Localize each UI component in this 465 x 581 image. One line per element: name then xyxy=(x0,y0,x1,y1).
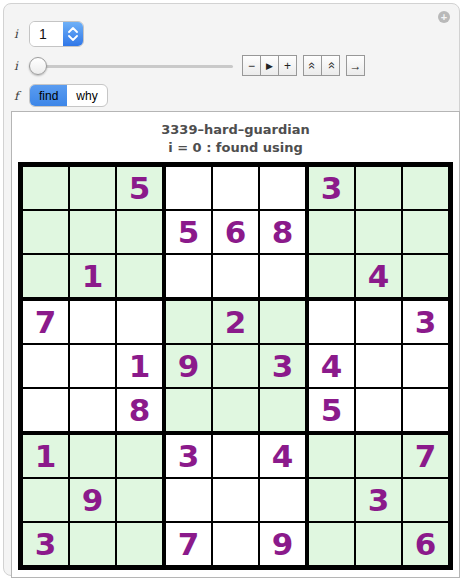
cell-r7c1: 1 xyxy=(23,435,68,477)
cell-r7c7 xyxy=(309,435,354,477)
cell-r9c2 xyxy=(70,523,115,565)
cell-r3c3 xyxy=(117,255,162,297)
cell-r3c1 xyxy=(23,255,68,297)
cell-r5c9 xyxy=(403,345,448,387)
i-stepper-value[interactable]: 1 xyxy=(30,22,63,46)
cell-r3c5 xyxy=(213,255,258,297)
toggle-variable-label: f xyxy=(14,89,24,103)
manipulate-frame: + i 1 i xyxy=(3,3,460,576)
cell-r9c1: 3 xyxy=(23,523,68,565)
cell-r9c7 xyxy=(309,523,354,565)
box-0-1: 568 xyxy=(166,167,305,297)
step-forward-button[interactable]: + xyxy=(278,55,297,76)
cell-r4c1: 7 xyxy=(23,301,68,343)
chevron-down-icon xyxy=(68,35,78,41)
cell-r9c3 xyxy=(117,523,162,565)
cell-r1c4 xyxy=(166,167,211,209)
double-chevron-down-icon: » xyxy=(323,62,338,69)
chevron-up-icon xyxy=(68,27,78,33)
stepper-row: i 1 xyxy=(14,21,454,47)
cell-r4c5: 2 xyxy=(213,301,258,343)
cell-r3c8: 4 xyxy=(356,255,401,297)
playback-buttons: − ▶ + « » xyxy=(242,55,364,76)
cell-r8c4 xyxy=(166,479,211,521)
cell-r4c2 xyxy=(70,301,115,343)
cell-r6c6 xyxy=(260,389,305,431)
cell-r2c1 xyxy=(23,211,68,253)
box-1-1: 293 xyxy=(166,301,305,431)
cell-r6c7: 5 xyxy=(309,389,354,431)
cell-r9c4: 7 xyxy=(166,523,211,565)
faster-button[interactable]: « xyxy=(303,55,322,76)
cell-r2c7 xyxy=(309,211,354,253)
cell-r5c7: 4 xyxy=(309,345,354,387)
cell-r7c2 xyxy=(70,435,115,477)
minus-icon: − xyxy=(248,59,255,73)
cell-r4c9: 3 xyxy=(403,301,448,343)
cell-r1c7: 3 xyxy=(309,167,354,209)
cell-r4c3 xyxy=(117,301,162,343)
puzzle-title: 3339–hard–guardian xyxy=(12,122,459,137)
cell-r4c4 xyxy=(166,301,211,343)
stepper-arrows-button[interactable] xyxy=(63,22,83,46)
slider-track[interactable] xyxy=(29,65,233,68)
cell-r1c8 xyxy=(356,167,401,209)
box-1-2: 345 xyxy=(309,301,448,431)
cell-r8c1 xyxy=(23,479,68,521)
cell-r6c3: 8 xyxy=(117,389,162,431)
box-0-2: 34 xyxy=(309,167,448,297)
cell-r7c8 xyxy=(356,435,401,477)
i-stepper[interactable]: 1 xyxy=(29,21,84,47)
cell-r5c8 xyxy=(356,345,401,387)
play-button[interactable]: ▶ xyxy=(260,55,279,76)
toggle-option-find[interactable]: find xyxy=(30,85,67,106)
play-icon: ▶ xyxy=(266,61,273,71)
cell-r1c2 xyxy=(70,167,115,209)
cell-r8c8: 3 xyxy=(356,479,401,521)
plus-icon: + xyxy=(284,59,291,73)
cell-r7c9: 7 xyxy=(403,435,448,477)
cell-r9c8 xyxy=(356,523,401,565)
cell-r9c6: 9 xyxy=(260,523,305,565)
cell-r4c8 xyxy=(356,301,401,343)
cell-r3c2: 1 xyxy=(70,255,115,297)
cell-r5c2 xyxy=(70,345,115,387)
cell-r6c1 xyxy=(23,389,68,431)
cell-r9c9: 6 xyxy=(403,523,448,565)
box-1-0: 718 xyxy=(23,301,162,431)
cell-r2c3 xyxy=(117,211,162,253)
cell-r2c5: 6 xyxy=(213,211,258,253)
cell-r5c3: 1 xyxy=(117,345,162,387)
cell-r5c4: 9 xyxy=(166,345,211,387)
cell-r2c6: 8 xyxy=(260,211,305,253)
cell-r2c9 xyxy=(403,211,448,253)
cell-r9c5 xyxy=(213,523,258,565)
cell-r7c4: 3 xyxy=(166,435,211,477)
f-toggler: find why xyxy=(29,84,108,107)
box-2-1: 3479 xyxy=(166,435,305,565)
double-chevron-up-icon: « xyxy=(305,62,320,69)
cell-r3c9 xyxy=(403,255,448,297)
i-slider[interactable] xyxy=(29,56,233,76)
slider-row: i − ▶ + « xyxy=(14,55,454,76)
cell-r7c6: 4 xyxy=(260,435,305,477)
slider-variable-label: i xyxy=(14,59,24,73)
to-end-button[interactable]: → xyxy=(346,55,365,76)
output-panel: 3339–hard–guardian i = 0 : found using 5… xyxy=(11,111,460,578)
cell-r8c7 xyxy=(309,479,354,521)
cell-r1c6 xyxy=(260,167,305,209)
box-0-0: 51 xyxy=(23,167,162,297)
cell-r5c5 xyxy=(213,345,258,387)
stepper-variable-label: i xyxy=(14,27,24,41)
cell-r1c1 xyxy=(23,167,68,209)
cell-r2c2 xyxy=(70,211,115,253)
cell-r8c5 xyxy=(213,479,258,521)
cell-r3c4 xyxy=(166,255,211,297)
cell-r5c6: 3 xyxy=(260,345,305,387)
cell-r5c1 xyxy=(23,345,68,387)
slider-thumb[interactable] xyxy=(29,57,47,75)
cell-r6c2 xyxy=(70,389,115,431)
cell-r6c4 xyxy=(166,389,211,431)
toggle-row: f find why xyxy=(14,84,454,107)
puzzle-subtitle: i = 0 : found using xyxy=(12,140,459,155)
toggle-option-why[interactable]: why xyxy=(67,85,106,106)
slower-button[interactable]: » xyxy=(321,55,340,76)
cell-r6c9 xyxy=(403,389,448,431)
cell-r2c4: 5 xyxy=(166,211,211,253)
cell-r1c3: 5 xyxy=(117,167,162,209)
controls-area: i 1 i − xyxy=(14,21,454,115)
sudoku-board: 51568347182933451933479736 xyxy=(18,162,453,570)
cell-r6c8 xyxy=(356,389,401,431)
cell-r8c3 xyxy=(117,479,162,521)
cell-r4c7 xyxy=(309,301,354,343)
box-2-2: 736 xyxy=(309,435,448,565)
cell-r8c2: 9 xyxy=(70,479,115,521)
screenshot: + i 1 i xyxy=(0,0,465,581)
right-arrow-icon: → xyxy=(350,59,362,73)
cell-r1c5 xyxy=(213,167,258,209)
cell-r7c5 xyxy=(213,435,258,477)
cell-r3c7 xyxy=(309,255,354,297)
cell-r8c6 xyxy=(260,479,305,521)
step-back-button[interactable]: − xyxy=(242,55,261,76)
cell-r2c8 xyxy=(356,211,401,253)
cell-r3c6 xyxy=(260,255,305,297)
cell-r6c5 xyxy=(213,389,258,431)
cell-r4c6 xyxy=(260,301,305,343)
cell-r7c3 xyxy=(117,435,162,477)
cell-r1c9 xyxy=(403,167,448,209)
box-2-0: 193 xyxy=(23,435,162,565)
cell-r8c9 xyxy=(403,479,448,521)
